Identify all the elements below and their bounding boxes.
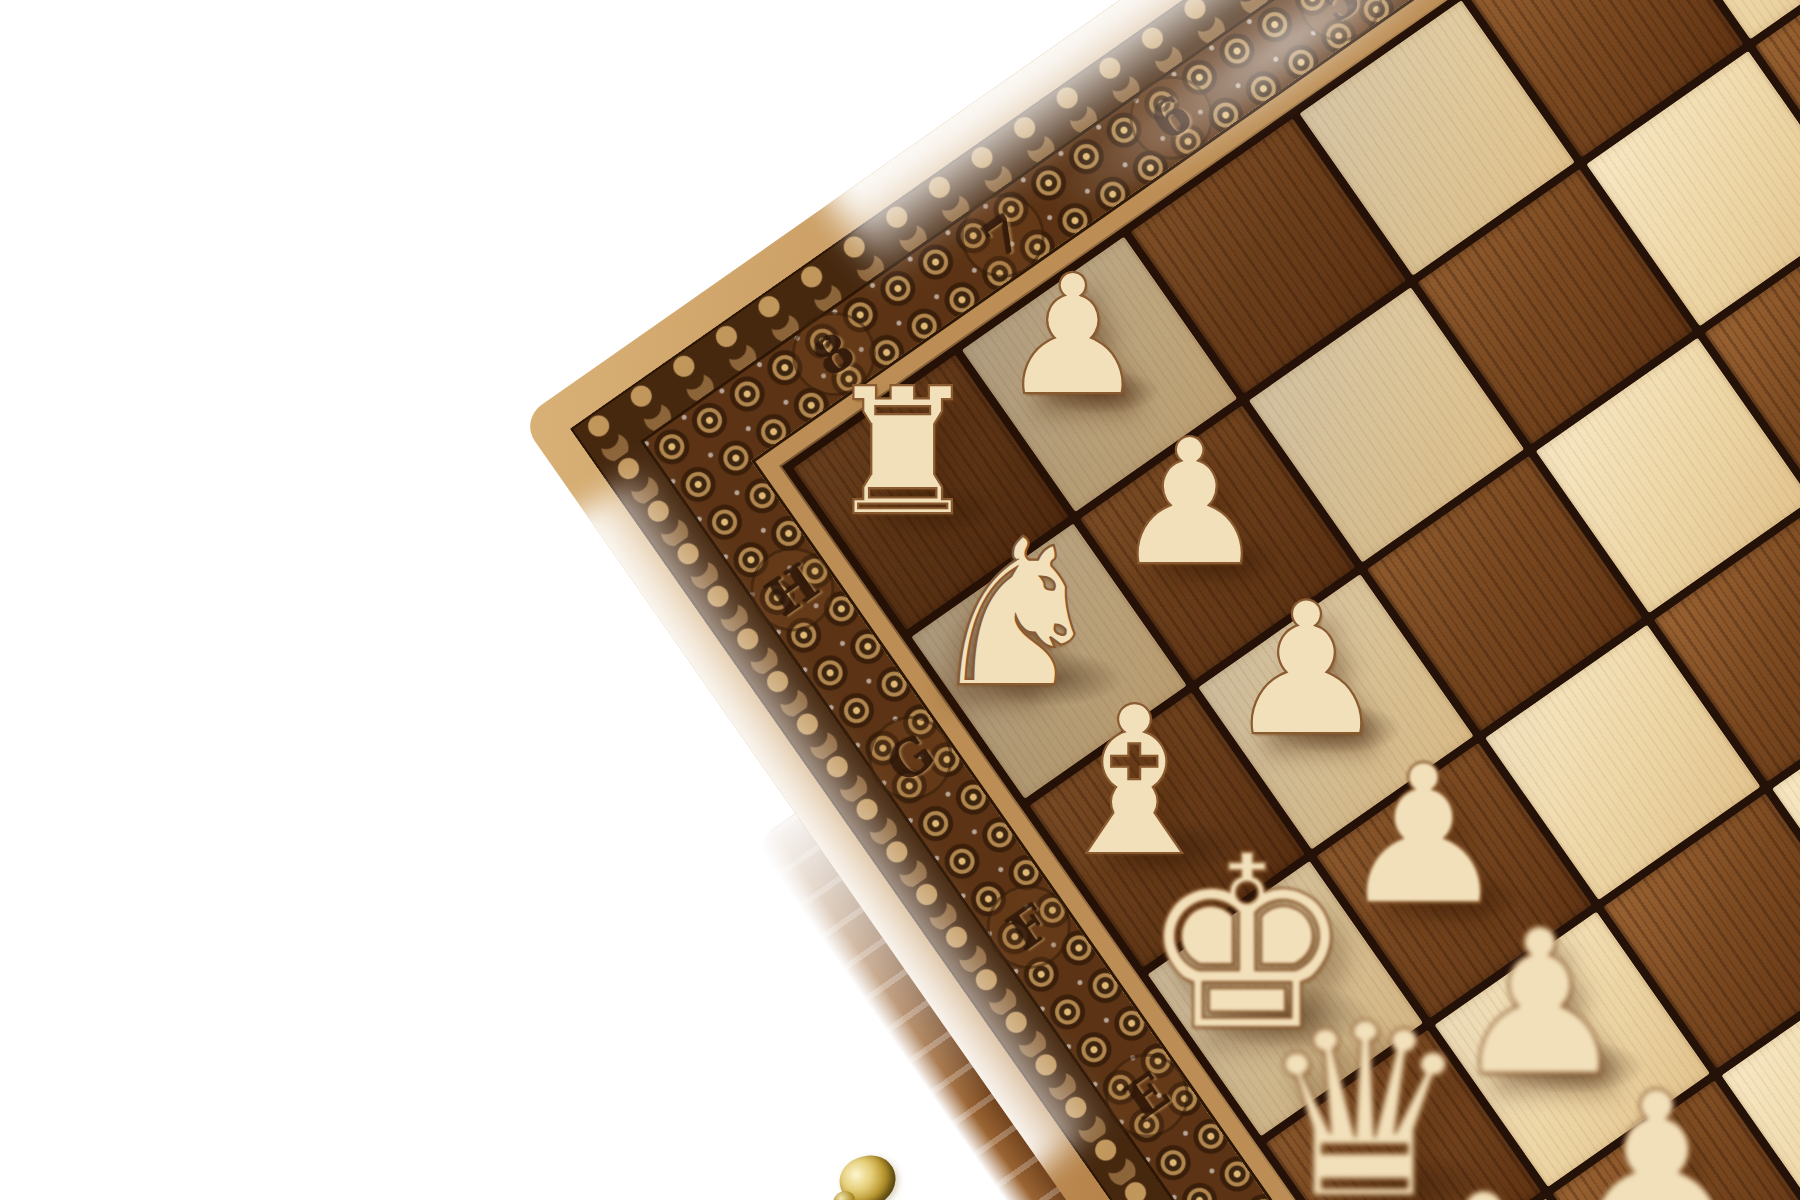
- product-photo: { "game": "chess", "scene": { "descripti…: [0, 0, 1800, 1200]
- piece-white-bishop-c8: ♝: [1378, 1164, 1590, 1200]
- piece-white-pawn-h7: ♟: [999, 253, 1148, 419]
- piece-white-pawn-c7: ♟: [1563, 1065, 1751, 1200]
- brass-latch: [833, 1148, 903, 1200]
- chess-board: 87654321HGFEDCBA♜♟♞♟♝♟♚♟♛♟♝♟: [520, 0, 1800, 1200]
